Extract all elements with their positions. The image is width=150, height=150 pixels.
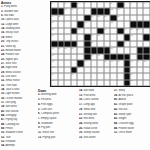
cell-number: 6 [124, 2, 125, 4]
down-clue-list-2: 14. Not hard15. Fruit drink16. Clock sou… [79, 89, 112, 141]
crossword-grid: 1234567891011121314151617181920212223242… [50, 1, 150, 87]
white-cell [117, 80, 124, 86]
down-clue-list-1: Down 2. Morning dew3. Possess4. Fish egg… [38, 89, 75, 140]
white-cell [71, 80, 78, 86]
cell-number: 55 [71, 73, 73, 75]
cell-number: 33 [91, 41, 93, 43]
clue: 51. Once more [114, 131, 149, 136]
cell-number: 26 [124, 28, 126, 30]
cell-number: 11 [71, 8, 73, 10]
cell-number: 1 [51, 2, 52, 4]
clue: 33. Sea water [79, 136, 112, 141]
cell-number: 3 [78, 2, 79, 4]
cell-number: 37 [64, 47, 66, 49]
cell-number: 27 [130, 28, 132, 30]
cell-number: 30 [91, 34, 93, 36]
cell-number: 50 [144, 60, 146, 62]
cell-number: 58 [130, 79, 132, 81]
white-cell [77, 80, 84, 86]
cell-number: 56 [130, 73, 132, 75]
cell-number: 32 [130, 34, 132, 36]
cell-number: 16 [91, 15, 93, 17]
cell-number: 42 [97, 54, 99, 56]
cell-number: 14 [51, 15, 53, 17]
cell-number: 48 [130, 60, 132, 62]
white-cell [97, 80, 104, 86]
white-cell [137, 80, 144, 86]
cell-number: 17 [97, 15, 99, 17]
cell-number: 44 [84, 60, 86, 62]
cell-number: 23 [51, 28, 53, 30]
clue: 54. Attempt [1, 144, 47, 148]
cell-number: 24 [78, 28, 80, 30]
cell-number: 57 [51, 79, 53, 81]
cell-number: 2 [64, 2, 65, 4]
cell-number: 18 [104, 15, 106, 17]
white-cell [110, 80, 117, 86]
black-cell [124, 80, 131, 86]
cell-number: 21 [84, 21, 86, 23]
cell-number: 52 [78, 66, 80, 68]
cell-number: 54 [51, 73, 53, 75]
cell-number: 51 [51, 66, 53, 68]
cell-number: 40 [51, 54, 53, 56]
cell-number: 19 [117, 15, 119, 17]
cell-number: 4 [84, 2, 85, 4]
white-cell: 57 [51, 80, 58, 86]
cell-number: 12 [111, 8, 113, 10]
white-cell: 58 [130, 80, 137, 86]
cell-number: 25 [104, 28, 106, 30]
down-clue-list-3: 37. Story38. At this place40. Above41. G… [114, 89, 149, 136]
cell-number: 10 [64, 8, 66, 10]
cell-number: 31 [97, 34, 99, 36]
cell-number: 45 [104, 60, 106, 62]
white-cell [104, 80, 111, 86]
cell-number: 9 [144, 2, 145, 4]
cell-number: 46 [111, 60, 113, 62]
white-cell [84, 80, 91, 86]
cell-number: 41 [91, 54, 93, 56]
cell-number: 5 [111, 2, 112, 4]
cell-number: 47 [117, 60, 119, 62]
white-cell [58, 80, 65, 86]
cell-number: 34 [124, 41, 126, 43]
cell-number: 28 [137, 28, 139, 30]
cell-number: 22 [111, 21, 113, 23]
clue: 13. Frying pan [38, 136, 75, 141]
cell-number: 43 [51, 60, 53, 62]
cell-number: 7 [130, 2, 131, 4]
cell-number: 39 [111, 47, 113, 49]
cell-number: 8 [137, 2, 138, 4]
cell-number: 29 [51, 34, 53, 36]
white-cell [91, 80, 98, 86]
white-cell [143, 80, 150, 86]
white-cell [64, 80, 71, 86]
cell-number: 38 [71, 47, 73, 49]
cell-number: 53 [130, 66, 132, 68]
cell-number: 49 [137, 60, 139, 62]
cell-number: 15 [58, 15, 60, 17]
cell-number: 20 [51, 21, 53, 23]
cell-number: 13 [117, 8, 119, 10]
cell-number: 35 [51, 47, 53, 49]
cell-number: 36 [58, 47, 60, 49]
